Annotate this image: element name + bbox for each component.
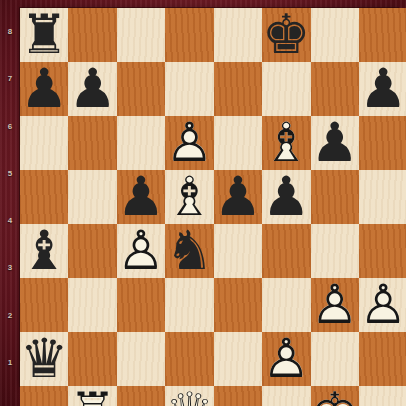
black-pawn-glyph: ♟ [117,170,165,224]
square-b3[interactable] [68,278,116,332]
rank-label-3: 3 [0,244,20,291]
piece-black-rook[interactable]: ♜ [20,8,68,62]
square-c1[interactable] [117,386,165,406]
square-b4[interactable] [68,224,116,278]
square-g3[interactable]: ♟♙ [311,278,359,332]
square-e7[interactable] [214,62,262,116]
piece-black-queen[interactable]: ♛ [20,332,68,386]
black-bishop-glyph: ♝ [20,224,68,278]
black-pawn-glyph: ♟ [20,62,68,116]
white-pawn-outline: ♙ [117,224,165,278]
rank-label-5: 5 [0,150,20,197]
piece-white-bishop[interactable]: ♝♗ [262,116,310,170]
square-c7[interactable] [117,62,165,116]
square-b5[interactable] [68,170,116,224]
square-d5[interactable]: ♝♗ [165,170,213,224]
square-d8[interactable] [165,8,213,62]
black-pawn-glyph: ♟ [359,62,406,116]
square-c4[interactable]: ♟♙ [117,224,165,278]
piece-black-bishop[interactable]: ♝ [20,224,68,278]
square-b1[interactable]: ♜♖ [68,386,116,406]
square-h5[interactable] [359,170,406,224]
square-h8[interactable] [359,8,406,62]
square-g4[interactable] [311,224,359,278]
square-f2[interactable]: ♟♙ [262,332,310,386]
square-b2[interactable] [68,332,116,386]
square-e5[interactable]: ♟ [214,170,262,224]
piece-white-queen[interactable]: ♛♕ [165,386,213,406]
square-f6[interactable]: ♝♗ [262,116,310,170]
piece-white-pawn[interactable]: ♟♙ [311,278,359,332]
piece-black-pawn[interactable]: ♟ [68,62,116,116]
square-c5[interactable]: ♟ [117,170,165,224]
piece-white-pawn[interactable]: ♟♙ [359,278,406,332]
chess-board[interactable]: ♜♚♟♟♟♟♙♝♗♟♟♝♗♟♟♝♟♙♞♟♙♟♙♛♟♙♜♖♛♕♚♔ [20,8,398,386]
square-a7[interactable]: ♟ [20,62,68,116]
square-e2[interactable] [214,332,262,386]
white-pawn-outline: ♙ [262,332,310,386]
square-d4[interactable]: ♞ [165,224,213,278]
piece-white-bishop[interactable]: ♝♗ [165,170,213,224]
square-a5[interactable] [20,170,68,224]
rank-label-6: 6 [0,103,20,150]
square-a8[interactable]: ♜ [20,8,68,62]
square-h1[interactable] [359,386,406,406]
black-king-glyph: ♚ [262,8,310,62]
rank-label-4: 4 [0,197,20,244]
white-rook-outline: ♖ [68,386,116,406]
square-h2[interactable] [359,332,406,386]
white-bishop-outline: ♗ [262,116,310,170]
white-king-outline: ♔ [311,386,359,406]
piece-black-pawn[interactable]: ♟ [117,170,165,224]
square-e8[interactable] [214,8,262,62]
square-b6[interactable] [68,116,116,170]
square-b7[interactable]: ♟ [68,62,116,116]
white-pawn-outline: ♙ [359,278,406,332]
square-d1[interactable]: ♛♕ [165,386,213,406]
square-d3[interactable] [165,278,213,332]
square-d7[interactable] [165,62,213,116]
square-e1[interactable] [214,386,262,406]
square-a6[interactable] [20,116,68,170]
square-b8[interactable] [68,8,116,62]
rank-label-8: 8 [0,8,20,55]
square-d2[interactable] [165,332,213,386]
black-pawn-glyph: ♟ [214,170,262,224]
square-g6[interactable]: ♟ [311,116,359,170]
square-h6[interactable] [359,116,406,170]
piece-black-pawn[interactable]: ♟ [311,116,359,170]
white-bishop-outline: ♗ [165,170,213,224]
rank-label-7: 7 [0,55,20,102]
piece-white-pawn[interactable]: ♟♙ [117,224,165,278]
square-f7[interactable] [262,62,310,116]
square-c2[interactable] [117,332,165,386]
square-f8[interactable]: ♚ [262,8,310,62]
square-g1[interactable]: ♚♔ [311,386,359,406]
white-pawn-outline: ♙ [165,116,213,170]
square-g7[interactable] [311,62,359,116]
square-h4[interactable] [359,224,406,278]
square-f3[interactable] [262,278,310,332]
square-g8[interactable] [311,8,359,62]
square-h3[interactable]: ♟♙ [359,278,406,332]
rank-label-1: 1 [0,339,20,386]
square-f5[interactable]: ♟ [262,170,310,224]
square-e3[interactable] [214,278,262,332]
black-rook-glyph: ♜ [20,8,68,62]
square-g2[interactable] [311,332,359,386]
piece-white-pawn[interactable]: ♟♙ [262,332,310,386]
square-h7[interactable]: ♟ [359,62,406,116]
piece-black-knight[interactable]: ♞ [165,224,213,278]
square-a2[interactable]: ♛ [20,332,68,386]
piece-black-pawn[interactable]: ♟ [20,62,68,116]
white-pawn-outline: ♙ [311,278,359,332]
piece-black-pawn[interactable]: ♟ [359,62,406,116]
rank-labels: 87654321 [0,8,20,386]
black-pawn-glyph: ♟ [311,116,359,170]
square-f1[interactable] [262,386,310,406]
black-pawn-glyph: ♟ [262,170,310,224]
square-a3[interactable] [20,278,68,332]
square-e6[interactable] [214,116,262,170]
square-d6[interactable]: ♟♙ [165,116,213,170]
white-queen-outline: ♕ [165,386,213,406]
chess-diagram: 87654321 ABCDEFGH ♜♚♟♟♟♟♙♝♗♟♟♝♗♟♟♝♟♙♞♟♙♟… [0,0,406,406]
square-g5[interactable] [311,170,359,224]
square-a4[interactable]: ♝ [20,224,68,278]
black-pawn-glyph: ♟ [68,62,116,116]
square-c6[interactable] [117,116,165,170]
square-c3[interactable] [117,278,165,332]
piece-black-king[interactable]: ♚ [262,8,310,62]
piece-white-rook[interactable]: ♜♖ [68,386,116,406]
piece-black-pawn[interactable]: ♟ [262,170,310,224]
black-knight-glyph: ♞ [165,224,213,278]
rank-label-2: 2 [0,292,20,339]
square-e4[interactable] [214,224,262,278]
piece-black-pawn[interactable]: ♟ [214,170,262,224]
square-f4[interactable] [262,224,310,278]
piece-white-pawn[interactable]: ♟♙ [165,116,213,170]
black-queen-glyph: ♛ [20,332,68,386]
square-c8[interactable] [117,8,165,62]
square-a1[interactable] [20,386,68,406]
piece-white-king[interactable]: ♚♔ [311,386,359,406]
